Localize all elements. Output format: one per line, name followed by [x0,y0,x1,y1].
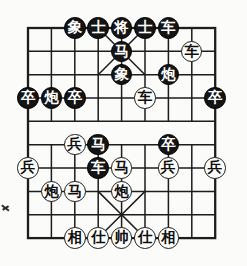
piece-white-advisor[interactable]: 仕 [87,227,109,249]
piece-black-pawn[interactable]: 卒 [158,134,180,156]
piece-black-general[interactable]: 将 [111,17,133,39]
xiangqi-diagram: 象士将士车马车象炮卒炮卒车卒兵马卒兵车马兵兵炮马炮相仕帅仕相 [0,0,247,266]
piece-black-horse[interactable]: 马 [111,41,133,63]
piece-white-chariot[interactable]: 车 [181,41,203,63]
piece-white-advisor[interactable]: 仕 [134,227,156,249]
piece-white-cannon[interactable]: 炮 [111,181,133,203]
piece-white-general[interactable]: 帅 [111,227,133,249]
piece-black-cannon[interactable]: 炮 [158,64,180,86]
piece-black-chariot[interactable]: 车 [87,157,109,179]
piece-black-elephant[interactable]: 象 [64,17,86,39]
piece-white-chariot[interactable]: 车 [134,87,156,109]
piece-black-chariot[interactable]: 车 [158,17,180,39]
piece-black-horse[interactable]: 马 [87,134,109,156]
piece-black-pawn[interactable]: 卒 [17,87,39,109]
piece-black-cannon[interactable]: 炮 [41,87,63,109]
piece-white-pawn[interactable]: 兵 [17,157,39,179]
piece-white-horse[interactable]: 马 [111,157,133,179]
piece-white-horse[interactable]: 马 [64,181,86,203]
piece-white-pawn[interactable]: 兵 [64,134,86,156]
piece-black-elephant[interactable]: 象 [111,64,133,86]
board-grid[interactable]: 象士将士车马车象炮卒炮卒车卒兵马卒兵车马兵兵炮马炮相仕帅仕相 [16,16,227,249]
piece-white-pawn[interactable]: 兵 [158,157,180,179]
piece-white-pawn[interactable]: 兵 [204,157,226,179]
scan-artifact-mark [1,203,10,212]
piece-black-pawn[interactable]: 卒 [204,87,226,109]
piece-white-elephant[interactable]: 相 [158,227,180,249]
piece-white-cannon[interactable]: 炮 [41,181,63,203]
piece-black-advisor[interactable]: 士 [134,17,156,39]
piece-black-pawn[interactable]: 卒 [64,87,86,109]
piece-white-elephant[interactable]: 相 [64,227,86,249]
piece-black-advisor[interactable]: 士 [87,17,109,39]
